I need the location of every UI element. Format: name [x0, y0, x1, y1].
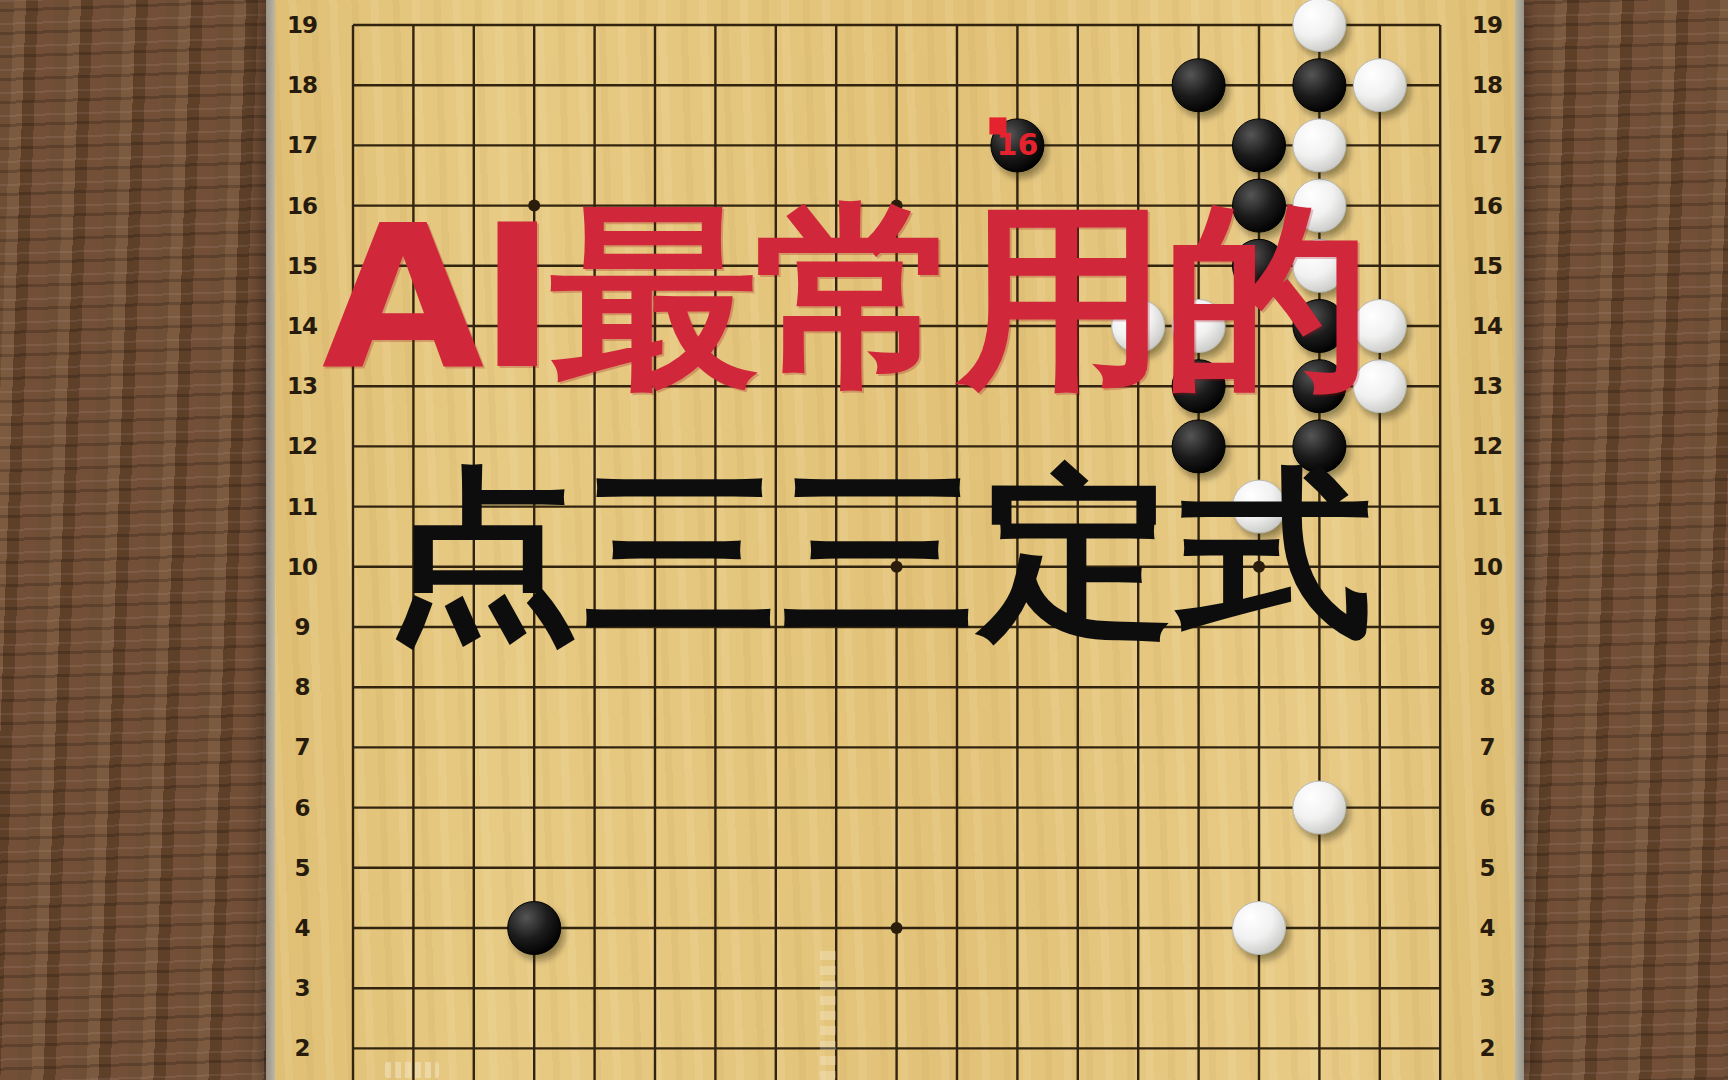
watermark-smudge-side — [820, 948, 836, 1080]
white-stone-R19 — [1293, 0, 1346, 52]
black-stone-R18 — [1293, 59, 1346, 112]
black-stone-Q17 — [1233, 119, 1286, 172]
white-stone-Q4 — [1233, 902, 1286, 955]
screen: 1918171615141312111098765432 19181716151… — [0, 0, 1728, 1080]
white-stone-R6 — [1293, 781, 1346, 834]
black-stone-P18 — [1172, 59, 1225, 112]
watermark-smudge-bottom — [385, 1062, 439, 1078]
overlay-title-line1: AI最常用的 — [224, 195, 1464, 402]
overlay-title-line2: 点三三定式 — [300, 456, 1460, 649]
svg-text:16: 16 — [997, 127, 1039, 162]
white-stone-R17 — [1293, 119, 1346, 172]
black-stone-D4 — [508, 902, 561, 955]
white-stone-S18 — [1353, 59, 1406, 112]
